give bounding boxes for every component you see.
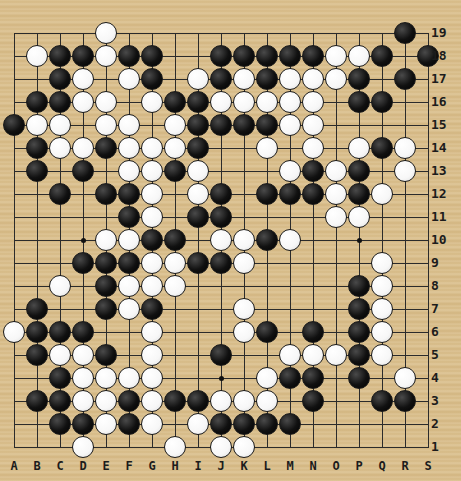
black-stone-R19[interactable] [394, 22, 416, 44]
black-stone-J15[interactable] [210, 114, 232, 136]
row-label-14: 14 [431, 141, 453, 155]
black-stone-N18[interactable] [302, 45, 324, 67]
white-stone-G16[interactable] [141, 91, 163, 113]
white-stone-F4[interactable] [118, 367, 140, 389]
white-stone-D17[interactable] [72, 68, 94, 90]
white-stone-D4[interactable] [72, 367, 94, 389]
white-stone-O18[interactable] [325, 45, 347, 67]
row-label-3: 3 [431, 394, 453, 408]
black-stone-L10[interactable] [256, 229, 278, 251]
white-stone-I13[interactable] [187, 160, 209, 182]
row-label-19: 19 [431, 26, 453, 40]
black-stone-J2[interactable] [210, 413, 232, 435]
black-stone-R17[interactable] [394, 68, 416, 90]
column-label-M: M [279, 459, 301, 473]
white-stone-E2[interactable] [95, 413, 117, 435]
row-label-16: 16 [431, 95, 453, 109]
black-stone-C2[interactable] [49, 413, 71, 435]
black-stone-P7[interactable] [348, 298, 370, 320]
white-stone-D16[interactable] [72, 91, 94, 113]
white-stone-N15[interactable] [302, 114, 324, 136]
black-stone-C17[interactable] [49, 68, 71, 90]
black-stone-L12[interactable] [256, 183, 278, 205]
white-stone-D3[interactable] [72, 390, 94, 412]
black-stone-D13[interactable] [72, 160, 94, 182]
white-stone-H9[interactable] [164, 252, 186, 274]
black-stone-N4[interactable] [302, 367, 324, 389]
white-stone-P11[interactable] [348, 206, 370, 228]
column-label-I: I [187, 459, 209, 473]
black-stone-H3[interactable] [164, 390, 186, 412]
white-stone-Q8[interactable] [371, 275, 393, 297]
black-stone-E9[interactable] [95, 252, 117, 274]
white-stone-E10[interactable] [95, 229, 117, 251]
black-stone-J11[interactable] [210, 206, 232, 228]
black-stone-P13[interactable] [348, 160, 370, 182]
white-stone-G6[interactable] [141, 321, 163, 343]
white-stone-H14[interactable] [164, 137, 186, 159]
black-stone-F18[interactable] [118, 45, 140, 67]
white-stone-R14[interactable] [394, 137, 416, 159]
black-stone-G18[interactable] [141, 45, 163, 67]
white-stone-P18[interactable] [348, 45, 370, 67]
white-stone-O17[interactable] [325, 68, 347, 90]
white-stone-F15[interactable] [118, 114, 140, 136]
white-stone-G2[interactable] [141, 413, 163, 435]
black-stone-K2[interactable] [233, 413, 255, 435]
black-stone-Q16[interactable] [371, 91, 393, 113]
black-stone-J18[interactable] [210, 45, 232, 67]
black-stone-C18[interactable] [49, 45, 71, 67]
black-stone-N3[interactable] [302, 390, 324, 412]
black-stone-L18[interactable] [256, 45, 278, 67]
white-stone-Q5[interactable] [371, 344, 393, 366]
white-stone-J16[interactable] [210, 91, 232, 113]
black-stone-C6[interactable] [49, 321, 71, 343]
black-stone-H16[interactable] [164, 91, 186, 113]
column-label-H: H [164, 459, 186, 473]
row-label-2: 2 [431, 417, 453, 431]
star-point [357, 238, 362, 243]
black-stone-P6[interactable] [348, 321, 370, 343]
black-stone-B6[interactable] [26, 321, 48, 343]
column-label-E: E [95, 459, 117, 473]
white-stone-O13[interactable] [325, 160, 347, 182]
black-stone-R3[interactable] [394, 390, 416, 412]
black-stone-I9[interactable] [187, 252, 209, 274]
row-label-11: 11 [431, 210, 453, 224]
black-stone-M12[interactable] [279, 183, 301, 205]
white-stone-Q9[interactable] [371, 252, 393, 274]
white-stone-A6[interactable] [3, 321, 25, 343]
white-stone-R13[interactable] [394, 160, 416, 182]
star-point [219, 376, 224, 381]
white-stone-G8[interactable] [141, 275, 163, 297]
black-stone-P5[interactable] [348, 344, 370, 366]
row-label-4: 4 [431, 371, 453, 385]
column-label-N: N [302, 459, 324, 473]
white-stone-E3[interactable] [95, 390, 117, 412]
black-stone-M4[interactable] [279, 367, 301, 389]
black-stone-K18[interactable] [233, 45, 255, 67]
white-stone-Q12[interactable] [371, 183, 393, 205]
white-stone-M17[interactable] [279, 68, 301, 90]
white-stone-H1[interactable] [164, 436, 186, 458]
black-stone-I14[interactable] [187, 137, 209, 159]
black-stone-F9[interactable] [118, 252, 140, 274]
white-stone-K3[interactable] [233, 390, 255, 412]
black-stone-J5[interactable] [210, 344, 232, 366]
row-label-8: 8 [431, 279, 453, 293]
white-stone-F7[interactable] [118, 298, 140, 320]
white-stone-K16[interactable] [233, 91, 255, 113]
white-stone-M5[interactable] [279, 344, 301, 366]
white-stone-E15[interactable] [95, 114, 117, 136]
white-stone-C5[interactable] [49, 344, 71, 366]
white-stone-C14[interactable] [49, 137, 71, 159]
white-stone-F14[interactable] [118, 137, 140, 159]
grid-line-vertical [336, 33, 337, 448]
white-stone-N17[interactable] [302, 68, 324, 90]
black-stone-F11[interactable] [118, 206, 140, 228]
column-label-B: B [26, 459, 48, 473]
black-stone-H13[interactable] [164, 160, 186, 182]
black-stone-D6[interactable] [72, 321, 94, 343]
white-stone-Q7[interactable] [371, 298, 393, 320]
white-stone-D14[interactable] [72, 137, 94, 159]
black-stone-N6[interactable] [302, 321, 324, 343]
row-label-17: 17 [431, 72, 453, 86]
white-stone-F13[interactable] [118, 160, 140, 182]
white-stone-L16[interactable] [256, 91, 278, 113]
black-stone-C3[interactable] [49, 390, 71, 412]
black-stone-A15[interactable] [3, 114, 25, 136]
white-stone-D1[interactable] [72, 436, 94, 458]
black-stone-J17[interactable] [210, 68, 232, 90]
white-stone-G13[interactable] [141, 160, 163, 182]
row-label-6: 6 [431, 325, 453, 339]
white-stone-F17[interactable] [118, 68, 140, 90]
white-stone-E19[interactable] [95, 22, 117, 44]
black-stone-N13[interactable] [302, 160, 324, 182]
white-stone-G14[interactable] [141, 137, 163, 159]
white-stone-E4[interactable] [95, 367, 117, 389]
white-stone-D5[interactable] [72, 344, 94, 366]
black-stone-D18[interactable] [72, 45, 94, 67]
row-label-18: 18 [431, 49, 453, 63]
black-stone-E14[interactable] [95, 137, 117, 159]
white-stone-R4[interactable] [394, 367, 416, 389]
white-stone-K17[interactable] [233, 68, 255, 90]
black-stone-P17[interactable] [348, 68, 370, 90]
white-stone-K9[interactable] [233, 252, 255, 274]
black-stone-P16[interactable] [348, 91, 370, 113]
black-stone-C4[interactable] [49, 367, 71, 389]
black-stone-B3[interactable] [26, 390, 48, 412]
white-stone-F10[interactable] [118, 229, 140, 251]
black-stone-B13[interactable] [26, 160, 48, 182]
column-label-K: K [233, 459, 255, 473]
white-stone-N5[interactable] [302, 344, 324, 366]
white-stone-H8[interactable] [164, 275, 186, 297]
star-point [81, 238, 86, 243]
black-stone-E7[interactable] [95, 298, 117, 320]
black-stone-I15[interactable] [187, 114, 209, 136]
black-stone-B7[interactable] [26, 298, 48, 320]
white-stone-I12[interactable] [187, 183, 209, 205]
white-stone-I2[interactable] [187, 413, 209, 435]
black-stone-G7[interactable] [141, 298, 163, 320]
white-stone-G9[interactable] [141, 252, 163, 274]
black-stone-P12[interactable] [348, 183, 370, 205]
white-stone-M16[interactable] [279, 91, 301, 113]
black-stone-G10[interactable] [141, 229, 163, 251]
black-stone-Q3[interactable] [371, 390, 393, 412]
black-stone-J9[interactable] [210, 252, 232, 274]
row-label-7: 7 [431, 302, 453, 316]
row-label-5: 5 [431, 348, 453, 362]
white-stone-J1[interactable] [210, 436, 232, 458]
white-stone-E18[interactable] [95, 45, 117, 67]
white-stone-B15[interactable] [26, 114, 48, 136]
column-label-F: F [118, 459, 140, 473]
black-stone-P8[interactable] [348, 275, 370, 297]
white-stone-F8[interactable] [118, 275, 140, 297]
white-stone-K1[interactable] [233, 436, 255, 458]
black-stone-L2[interactable] [256, 413, 278, 435]
white-stone-B18[interactable] [26, 45, 48, 67]
white-stone-Q6[interactable] [371, 321, 393, 343]
row-label-1: 1 [431, 440, 453, 454]
row-label-12: 12 [431, 187, 453, 201]
white-stone-O11[interactable] [325, 206, 347, 228]
column-label-A: A [3, 459, 25, 473]
black-stone-G17[interactable] [141, 68, 163, 90]
white-stone-P14[interactable] [348, 137, 370, 159]
white-stone-N14[interactable] [302, 137, 324, 159]
black-stone-P4[interactable] [348, 367, 370, 389]
column-label-S: S [417, 459, 439, 473]
white-stone-G4[interactable] [141, 367, 163, 389]
black-stone-C12[interactable] [49, 183, 71, 205]
white-stone-H15[interactable] [164, 114, 186, 136]
black-stone-B14[interactable] [26, 137, 48, 159]
black-stone-Q18[interactable] [371, 45, 393, 67]
white-stone-K7[interactable] [233, 298, 255, 320]
row-label-15: 15 [431, 118, 453, 132]
black-stone-C16[interactable] [49, 91, 71, 113]
black-stone-E5[interactable] [95, 344, 117, 366]
column-label-R: R [394, 459, 416, 473]
white-stone-J10[interactable] [210, 229, 232, 251]
column-label-J: J [210, 459, 232, 473]
white-stone-K6[interactable] [233, 321, 255, 343]
white-stone-G11[interactable] [141, 206, 163, 228]
column-label-G: G [141, 459, 163, 473]
white-stone-M15[interactable] [279, 114, 301, 136]
black-stone-M18[interactable] [279, 45, 301, 67]
white-stone-L4[interactable] [256, 367, 278, 389]
black-stone-F12[interactable] [118, 183, 140, 205]
black-stone-E12[interactable] [95, 183, 117, 205]
white-stone-J3[interactable] [210, 390, 232, 412]
black-stone-H10[interactable] [164, 229, 186, 251]
white-stone-C8[interactable] [49, 275, 71, 297]
white-stone-G3[interactable] [141, 390, 163, 412]
grid-line-vertical [428, 33, 429, 448]
black-stone-I3[interactable] [187, 390, 209, 412]
black-stone-D2[interactable] [72, 413, 94, 435]
white-stone-M10[interactable] [279, 229, 301, 251]
black-stone-M2[interactable] [279, 413, 301, 435]
black-stone-F2[interactable] [118, 413, 140, 435]
white-stone-O12[interactable] [325, 183, 347, 205]
white-stone-L14[interactable] [256, 137, 278, 159]
column-label-L: L [256, 459, 278, 473]
black-stone-B5[interactable] [26, 344, 48, 366]
black-stone-I16[interactable] [187, 91, 209, 113]
white-stone-I17[interactable] [187, 68, 209, 90]
black-stone-L17[interactable] [256, 68, 278, 90]
black-stone-J12[interactable] [210, 183, 232, 205]
black-stone-I11[interactable] [187, 206, 209, 228]
white-stone-G12[interactable] [141, 183, 163, 205]
white-stone-M13[interactable] [279, 160, 301, 182]
white-stone-K10[interactable] [233, 229, 255, 251]
black-stone-K15[interactable] [233, 114, 255, 136]
white-stone-C15[interactable] [49, 114, 71, 136]
black-stone-E8[interactable] [95, 275, 117, 297]
white-stone-L3[interactable] [256, 390, 278, 412]
black-stone-N12[interactable] [302, 183, 324, 205]
column-label-D: D [72, 459, 94, 473]
white-stone-N16[interactable] [302, 91, 324, 113]
black-stone-L6[interactable] [256, 321, 278, 343]
black-stone-B16[interactable] [26, 91, 48, 113]
column-label-P: P [348, 459, 370, 473]
column-label-O: O [325, 459, 347, 473]
column-label-Q: Q [371, 459, 393, 473]
black-stone-D9[interactable] [72, 252, 94, 274]
row-label-10: 10 [431, 233, 453, 247]
row-label-9: 9 [431, 256, 453, 270]
white-stone-O5[interactable] [325, 344, 347, 366]
go-board-screenshot: ABCDEFGHIJKLMNOPQRS191817161514131211109… [0, 0, 461, 481]
white-stone-G5[interactable] [141, 344, 163, 366]
black-stone-Q14[interactable] [371, 137, 393, 159]
column-label-C: C [49, 459, 71, 473]
white-stone-E16[interactable] [95, 91, 117, 113]
row-label-13: 13 [431, 164, 453, 178]
black-stone-F3[interactable] [118, 390, 140, 412]
black-stone-L15[interactable] [256, 114, 278, 136]
